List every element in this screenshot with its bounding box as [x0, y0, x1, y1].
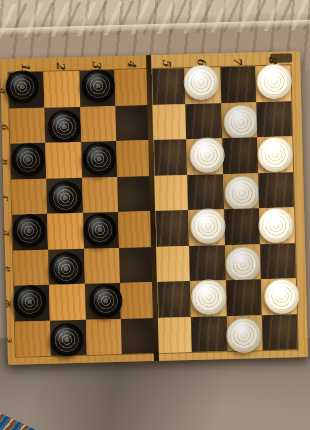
white-checker[interactable]: [264, 278, 300, 314]
white-checker[interactable]: [191, 279, 227, 315]
white-checker[interactable]: [258, 208, 294, 244]
file-label-4: 4: [124, 46, 139, 82]
square-8в[interactable]: [257, 136, 293, 172]
square-2г[interactable]: [46, 177, 82, 213]
square-8ж[interactable]: [261, 278, 297, 314]
black-checker[interactable]: [49, 181, 83, 215]
square-7ж[interactable]: [225, 279, 261, 315]
black-checker[interactable]: [83, 213, 117, 247]
square-3е[interactable]: [84, 247, 120, 283]
square-1е[interactable]: [13, 249, 49, 285]
square-1д[interactable]: [12, 214, 48, 250]
square-4з[interactable]: [121, 317, 157, 353]
square-3а[interactable]: [79, 70, 115, 106]
white-checker[interactable]: [224, 175, 260, 211]
square-1б[interactable]: [9, 107, 45, 143]
black-checker[interactable]: [50, 252, 84, 286]
black-checker[interactable]: [13, 285, 47, 319]
square-5д[interactable]: [153, 210, 189, 246]
black-checker[interactable]: [12, 214, 46, 248]
square-1з[interactable]: [15, 320, 51, 356]
square-8е[interactable]: [260, 243, 296, 279]
square-7в[interactable]: [222, 137, 258, 173]
square-6б[interactable]: [186, 103, 222, 139]
file-label-2: 2: [54, 48, 69, 84]
square-7д[interactable]: [224, 208, 260, 244]
square-1г[interactable]: [11, 178, 47, 214]
file-label-5: 5: [159, 45, 174, 81]
square-5г[interactable]: [152, 175, 188, 211]
square-8г[interactable]: [258, 172, 294, 208]
square-1в[interactable]: [10, 143, 46, 179]
square-3б[interactable]: [80, 105, 116, 141]
square-2з[interactable]: [50, 319, 86, 355]
square-6з[interactable]: [191, 316, 227, 352]
black-checker[interactable]: [81, 69, 115, 103]
square-6г[interactable]: [187, 174, 223, 210]
square-2ж[interactable]: [49, 284, 85, 320]
square-5е[interactable]: [154, 246, 190, 282]
square-6д[interactable]: [188, 209, 224, 245]
square-7е[interactable]: [224, 244, 260, 280]
square-3в[interactable]: [81, 141, 117, 177]
white-checker[interactable]: [223, 104, 259, 140]
file-label-7: 7: [230, 43, 245, 79]
square-8б[interactable]: [256, 101, 292, 137]
white-checker[interactable]: [190, 208, 226, 244]
square-3ж[interactable]: [84, 283, 120, 319]
black-checker[interactable]: [11, 143, 45, 177]
file-label-1: 1: [18, 49, 33, 85]
black-checker[interactable]: [48, 110, 82, 144]
white-checker[interactable]: [190, 137, 226, 173]
square-7б[interactable]: [221, 102, 257, 138]
square-8д[interactable]: [259, 207, 295, 243]
photo-scene: 12345678 абвгдежз: [0, 0, 310, 430]
black-checker[interactable]: [50, 323, 84, 357]
square-2е[interactable]: [48, 248, 84, 284]
square-8з[interactable]: [262, 314, 298, 350]
square-5в[interactable]: [151, 139, 187, 175]
checkers-board: 12345678 абвгдежз: [0, 51, 308, 365]
square-2б[interactable]: [45, 106, 81, 142]
square-7з[interactable]: [226, 315, 262, 351]
square-4ж[interactable]: [120, 282, 156, 318]
square-4д[interactable]: [118, 211, 154, 247]
square-7г[interactable]: [223, 173, 259, 209]
square-4е[interactable]: [119, 247, 155, 283]
file-label-8: 8: [265, 42, 280, 78]
square-6а[interactable]: [185, 67, 221, 103]
white-checker[interactable]: [225, 246, 261, 282]
square-1ж[interactable]: [14, 285, 50, 321]
square-5з[interactable]: [156, 317, 192, 353]
square-2д[interactable]: [47, 213, 83, 249]
square-4б[interactable]: [115, 105, 151, 141]
square-4в[interactable]: [116, 140, 152, 176]
white-checker[interactable]: [257, 137, 293, 173]
white-checker[interactable]: [184, 65, 220, 101]
square-2в[interactable]: [46, 142, 82, 178]
square-6е[interactable]: [189, 245, 225, 281]
square-4г[interactable]: [117, 176, 153, 212]
black-checker[interactable]: [82, 142, 116, 176]
square-3г[interactable]: [82, 176, 118, 212]
square-3з[interactable]: [85, 318, 121, 354]
black-checker[interactable]: [89, 284, 123, 318]
square-3д[interactable]: [83, 212, 119, 248]
square-6ж[interactable]: [190, 280, 226, 316]
square-6в[interactable]: [186, 138, 222, 174]
white-checker[interactable]: [226, 317, 262, 353]
square-5б[interactable]: [150, 104, 186, 140]
square-5ж[interactable]: [155, 281, 191, 317]
